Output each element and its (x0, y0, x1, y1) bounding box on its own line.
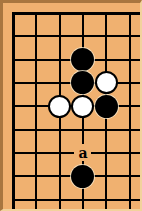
white-stone (95, 71, 118, 94)
go-board: a (3, 3, 140, 209)
black-stone (71, 165, 94, 188)
black-stone (71, 71, 94, 94)
white-stone (71, 95, 94, 118)
stones-layer (1, 1, 142, 211)
black-stone (71, 48, 94, 71)
black-stone (95, 95, 118, 118)
white-stone (48, 95, 71, 118)
go-diagram: a (0, 0, 142, 211)
